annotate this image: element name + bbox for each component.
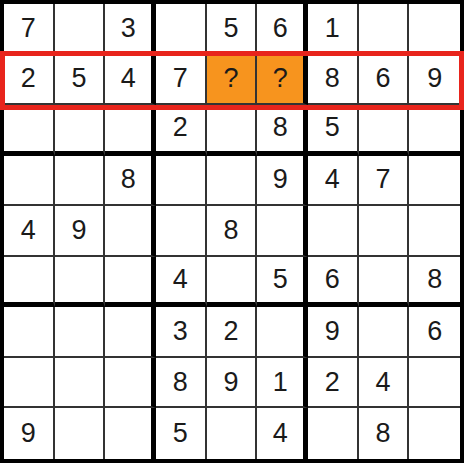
cell-r4c6: 9 xyxy=(257,156,308,207)
cell-r4c5[interactable] xyxy=(207,156,258,207)
cell-r5c8[interactable] xyxy=(359,206,410,257)
cell-r7c6[interactable] xyxy=(257,307,308,358)
cell-r2c6[interactable]: ? xyxy=(257,55,308,106)
cell-r1c1: 7 xyxy=(4,4,55,55)
cell-r8c4: 8 xyxy=(156,358,207,409)
cell-r1c4[interactable] xyxy=(156,4,207,55)
cell-r2c8: 6 xyxy=(359,55,410,106)
cell-r2c5[interactable]: ? xyxy=(207,55,258,106)
cell-r2c7: 8 xyxy=(308,55,359,106)
cell-r3c4: 2 xyxy=(156,105,207,156)
cell-r1c9[interactable] xyxy=(409,4,460,55)
cell-r7c1[interactable] xyxy=(4,307,55,358)
cell-r6c6: 5 xyxy=(257,257,308,308)
cell-r6c2[interactable] xyxy=(55,257,106,308)
cell-r4c9[interactable] xyxy=(409,156,460,207)
cell-r9c7[interactable] xyxy=(308,408,359,459)
cell-r8c3[interactable] xyxy=(105,358,156,409)
cell-r9c1: 9 xyxy=(4,408,55,459)
cell-r8c8: 4 xyxy=(359,358,410,409)
cell-r6c8[interactable] xyxy=(359,257,410,308)
cell-r7c8[interactable] xyxy=(359,307,410,358)
cell-r7c7: 9 xyxy=(308,307,359,358)
cell-r7c5: 2 xyxy=(207,307,258,358)
cell-r3c9[interactable] xyxy=(409,105,460,156)
cell-r1c5: 5 xyxy=(207,4,258,55)
cell-r9c6: 4 xyxy=(257,408,308,459)
cell-r8c1[interactable] xyxy=(4,358,55,409)
cell-r7c4: 3 xyxy=(156,307,207,358)
cell-r1c8[interactable] xyxy=(359,4,410,55)
cell-r5c5: 8 xyxy=(207,206,258,257)
cell-r4c8: 7 xyxy=(359,156,410,207)
cell-r7c3[interactable] xyxy=(105,307,156,358)
cell-r9c9[interactable] xyxy=(409,408,460,459)
sudoku-board: 735612547??86928589474984568329689124954… xyxy=(0,0,464,463)
cell-r8c7: 2 xyxy=(308,358,359,409)
cell-r5c4[interactable] xyxy=(156,206,207,257)
cell-r6c5[interactable] xyxy=(207,257,258,308)
cell-r6c4: 4 xyxy=(156,257,207,308)
cell-r9c2[interactable] xyxy=(55,408,106,459)
cell-r2c4: 7 xyxy=(156,55,207,106)
cell-r3c6: 8 xyxy=(257,105,308,156)
cell-r3c7: 5 xyxy=(308,105,359,156)
cell-r6c1[interactable] xyxy=(4,257,55,308)
cell-r3c2[interactable] xyxy=(55,105,106,156)
cell-r3c5[interactable] xyxy=(207,105,258,156)
cell-r4c3: 8 xyxy=(105,156,156,207)
cell-r2c1: 2 xyxy=(4,55,55,106)
cell-r4c1[interactable] xyxy=(4,156,55,207)
cell-r2c3: 4 xyxy=(105,55,156,106)
cell-r1c3: 3 xyxy=(105,4,156,55)
cell-r1c6: 6 xyxy=(257,4,308,55)
cell-r7c9: 6 xyxy=(409,307,460,358)
cell-r2c9: 9 xyxy=(409,55,460,106)
cell-r4c4[interactable] xyxy=(156,156,207,207)
cell-r9c4: 5 xyxy=(156,408,207,459)
cell-r5c6[interactable] xyxy=(257,206,308,257)
cell-r1c2[interactable] xyxy=(55,4,106,55)
cell-r6c9: 8 xyxy=(409,257,460,308)
cell-r9c5[interactable] xyxy=(207,408,258,459)
cell-r6c3[interactable] xyxy=(105,257,156,308)
cell-r5c2: 9 xyxy=(55,206,106,257)
cell-r2c2: 5 xyxy=(55,55,106,106)
cell-r1c7: 1 xyxy=(308,4,359,55)
cell-r7c2[interactable] xyxy=(55,307,106,358)
cell-r8c5: 9 xyxy=(207,358,258,409)
cell-r9c8: 8 xyxy=(359,408,410,459)
cell-r5c3[interactable] xyxy=(105,206,156,257)
cell-r5c9[interactable] xyxy=(409,206,460,257)
cell-r9c3[interactable] xyxy=(105,408,156,459)
cell-r8c6: 1 xyxy=(257,358,308,409)
cell-r8c9[interactable] xyxy=(409,358,460,409)
cell-r8c2[interactable] xyxy=(55,358,106,409)
cell-r4c2[interactable] xyxy=(55,156,106,207)
cell-r3c8[interactable] xyxy=(359,105,410,156)
cell-r5c7[interactable] xyxy=(308,206,359,257)
cell-r6c7: 6 xyxy=(308,257,359,308)
cell-r3c3[interactable] xyxy=(105,105,156,156)
cell-r5c1: 4 xyxy=(4,206,55,257)
cell-r3c1[interactable] xyxy=(4,105,55,156)
cell-r4c7: 4 xyxy=(308,156,359,207)
